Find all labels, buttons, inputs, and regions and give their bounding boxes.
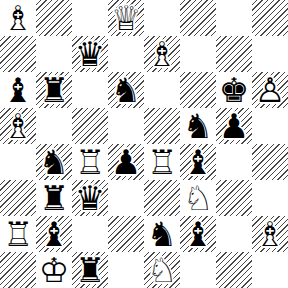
- square-e8[interactable]: [144, 0, 180, 36]
- square-h1[interactable]: [252, 252, 288, 288]
- piece-black-queen-c7[interactable]: ♛: [72, 36, 108, 72]
- square-g6[interactable]: ♚♚: [216, 72, 252, 108]
- black-bishop-halo: ♝: [180, 216, 216, 252]
- square-f8[interactable]: [180, 0, 216, 36]
- square-b1[interactable]: ♚♔: [36, 252, 72, 288]
- square-a1[interactable]: [0, 252, 36, 288]
- square-g8[interactable]: [216, 0, 252, 36]
- square-c4[interactable]: ♜♖: [72, 144, 108, 180]
- square-d2[interactable]: [108, 216, 144, 252]
- white-bishop-halo: ♝: [252, 216, 288, 252]
- square-c3[interactable]: ♛♛: [72, 180, 108, 216]
- piece-black-knight-e2[interactable]: ♞: [144, 216, 180, 252]
- black-bishop-halo: ♝: [0, 72, 36, 108]
- piece-white-pawn-h6[interactable]: ♙: [252, 72, 288, 108]
- square-c7[interactable]: ♛♛: [72, 36, 108, 72]
- piece-white-king-b1[interactable]: ♔: [36, 252, 72, 288]
- square-c6[interactable]: [72, 72, 108, 108]
- chess-board: ♝♗♛♕♛♛♝♗♝♝♜♜♞♞♚♚♟♙♝♗♞♞♟♟♞♞♜♖♟♟♜♖♝♝♜♜♛♛♞♘…: [0, 0, 288, 288]
- white-pawn-halo: ♟: [252, 72, 288, 108]
- square-b7[interactable]: [36, 36, 72, 72]
- piece-black-rook-b3[interactable]: ♜: [36, 180, 72, 216]
- piece-black-rook-b6[interactable]: ♜: [36, 72, 72, 108]
- white-queen-halo: ♛: [108, 0, 144, 36]
- square-f2[interactable]: ♝♝: [180, 216, 216, 252]
- black-queen-halo: ♛: [72, 36, 108, 72]
- white-king-halo: ♚: [36, 252, 72, 288]
- square-g3[interactable]: [216, 180, 252, 216]
- black-knight-halo: ♞: [108, 72, 144, 108]
- square-c5[interactable]: [72, 108, 108, 144]
- square-a6[interactable]: ♝♝: [0, 72, 36, 108]
- square-h7[interactable]: [252, 36, 288, 72]
- square-e2[interactable]: ♞♞: [144, 216, 180, 252]
- black-king-halo: ♚: [216, 72, 252, 108]
- piece-white-rook-c4[interactable]: ♖: [72, 144, 108, 180]
- square-d5[interactable]: [108, 108, 144, 144]
- piece-white-knight-f3[interactable]: ♘: [180, 180, 216, 216]
- square-c8[interactable]: [72, 0, 108, 36]
- black-knight-halo: ♞: [144, 216, 180, 252]
- square-f7[interactable]: [180, 36, 216, 72]
- piece-white-rook-e4[interactable]: ♖: [144, 144, 180, 180]
- square-d3[interactable]: [108, 180, 144, 216]
- square-e3[interactable]: [144, 180, 180, 216]
- square-a8[interactable]: ♝♗: [0, 0, 36, 36]
- square-b6[interactable]: ♜♜: [36, 72, 72, 108]
- square-e4[interactable]: ♜♖: [144, 144, 180, 180]
- black-queen-halo: ♛: [72, 180, 108, 216]
- square-h2[interactable]: ♝♗: [252, 216, 288, 252]
- piece-white-bishop-a8[interactable]: ♗: [0, 0, 36, 36]
- square-e1[interactable]: ♞♘: [144, 252, 180, 288]
- square-g1[interactable]: [216, 252, 252, 288]
- black-knight-halo: ♞: [180, 108, 216, 144]
- piece-white-queen-d8[interactable]: ♕: [108, 0, 144, 36]
- white-bishop-halo: ♝: [144, 36, 180, 72]
- piece-white-knight-e1[interactable]: ♘: [144, 252, 180, 288]
- piece-white-bishop-a5[interactable]: ♗: [0, 108, 36, 144]
- square-d6[interactable]: ♞♞: [108, 72, 144, 108]
- square-a2[interactable]: ♜♖: [0, 216, 36, 252]
- white-bishop-halo: ♝: [0, 0, 36, 36]
- square-e6[interactable]: [144, 72, 180, 108]
- square-d7[interactable]: [108, 36, 144, 72]
- square-g7[interactable]: [216, 36, 252, 72]
- white-rook-halo: ♜: [0, 216, 36, 252]
- square-a3[interactable]: [0, 180, 36, 216]
- square-b5[interactable]: [36, 108, 72, 144]
- square-d1[interactable]: [108, 252, 144, 288]
- square-f6[interactable]: [180, 72, 216, 108]
- square-h6[interactable]: ♟♙: [252, 72, 288, 108]
- square-e7[interactable]: ♝♗: [144, 36, 180, 72]
- black-knight-halo: ♞: [36, 144, 72, 180]
- square-b4[interactable]: ♞♞: [36, 144, 72, 180]
- piece-black-pawn-d4[interactable]: ♟: [108, 144, 144, 180]
- square-f5[interactable]: ♞♞: [180, 108, 216, 144]
- piece-black-bishop-a6[interactable]: ♝: [0, 72, 36, 108]
- square-f1[interactable]: [180, 252, 216, 288]
- white-rook-halo: ♜: [72, 144, 108, 180]
- black-rook-halo: ♜: [36, 180, 72, 216]
- square-h4[interactable]: [252, 144, 288, 180]
- piece-black-bishop-f4[interactable]: ♝: [180, 144, 216, 180]
- black-pawn-halo: ♟: [216, 108, 252, 144]
- white-bishop-halo: ♝: [0, 108, 36, 144]
- square-c1[interactable]: ♜♜: [72, 252, 108, 288]
- piece-black-pawn-g5[interactable]: ♟: [216, 108, 252, 144]
- white-rook-halo: ♜: [144, 144, 180, 180]
- piece-black-knight-b4[interactable]: ♞: [36, 144, 72, 180]
- square-a7[interactable]: [0, 36, 36, 72]
- piece-white-bishop-e7[interactable]: ♗: [144, 36, 180, 72]
- piece-white-rook-a2[interactable]: ♖: [0, 216, 36, 252]
- square-b8[interactable]: [36, 0, 72, 36]
- white-knight-halo: ♞: [144, 252, 180, 288]
- black-rook-halo: ♜: [36, 72, 72, 108]
- square-d4[interactable]: ♟♟: [108, 144, 144, 180]
- square-h3[interactable]: [252, 180, 288, 216]
- square-f3[interactable]: ♞♘: [180, 180, 216, 216]
- square-h5[interactable]: [252, 108, 288, 144]
- square-b3[interactable]: ♜♜: [36, 180, 72, 216]
- piece-black-bishop-b2[interactable]: ♝: [36, 216, 72, 252]
- piece-black-knight-f5[interactable]: ♞: [180, 108, 216, 144]
- square-e5[interactable]: [144, 108, 180, 144]
- black-bishop-halo: ♝: [180, 144, 216, 180]
- black-bishop-halo: ♝: [36, 216, 72, 252]
- piece-white-bishop-h2[interactable]: ♗: [252, 216, 288, 252]
- square-f4[interactable]: ♝♝: [180, 144, 216, 180]
- piece-black-knight-d6[interactable]: ♞: [108, 72, 144, 108]
- square-g4[interactable]: [216, 144, 252, 180]
- square-g2[interactable]: [216, 216, 252, 252]
- chess-diagram: ♝♗♛♕♛♛♝♗♝♝♜♜♞♞♚♚♟♙♝♗♞♞♟♟♞♞♜♖♟♟♜♖♝♝♜♜♛♛♞♘…: [0, 0, 288, 288]
- square-c2[interactable]: [72, 216, 108, 252]
- square-a4[interactable]: [0, 144, 36, 180]
- square-h8[interactable]: [252, 0, 288, 36]
- square-b2[interactable]: ♝♝: [36, 216, 72, 252]
- white-knight-halo: ♞: [180, 180, 216, 216]
- piece-black-rook-c1[interactable]: ♜: [72, 252, 108, 288]
- square-d8[interactable]: ♛♕: [108, 0, 144, 36]
- piece-black-bishop-f2[interactable]: ♝: [180, 216, 216, 252]
- black-pawn-halo: ♟: [108, 144, 144, 180]
- square-a5[interactable]: ♝♗: [0, 108, 36, 144]
- black-rook-halo: ♜: [72, 252, 108, 288]
- piece-black-queen-c3[interactable]: ♛: [72, 180, 108, 216]
- piece-black-king-g6[interactable]: ♚: [216, 72, 252, 108]
- square-g5[interactable]: ♟♟: [216, 108, 252, 144]
